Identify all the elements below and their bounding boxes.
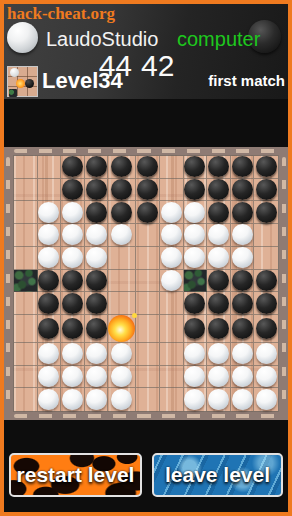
white-disc-icon [232,366,253,387]
board-cell[interactable] [108,224,136,247]
black-disc-icon [111,179,132,200]
board-cell[interactable] [85,292,109,315]
black-disc-icon [256,179,277,200]
black-disc-icon [208,318,229,339]
board-cell[interactable] [108,343,136,366]
white-disc-icon [38,202,59,223]
black-disc-icon [86,318,107,339]
board-cell[interactable] [61,247,85,270]
black-disc-icon [137,156,158,177]
white-disc-icon [38,247,59,268]
board-cell[interactable] [108,247,136,270]
board-cell[interactable] [254,366,278,389]
board-cell[interactable] [61,292,85,315]
board-cell[interactable] [254,179,278,202]
board-cell[interactable] [136,201,160,224]
board-cell[interactable] [231,388,255,411]
white-disc-icon [62,343,83,364]
white-player-icon [7,22,38,53]
black-disc-icon [232,293,253,314]
board-cell[interactable] [14,292,38,315]
board-cell[interactable] [38,270,62,293]
black-disc-icon [86,293,107,314]
black-disc-icon [137,179,158,200]
board-cell[interactable] [207,179,231,202]
black-disc-icon [111,202,132,223]
board-cell[interactable] [231,156,255,179]
white-disc-icon [161,202,182,223]
mini-black-disc-icon [25,79,34,88]
white-disc-icon [111,343,132,364]
board-cell[interactable] [160,247,184,270]
board-cell[interactable] [38,179,62,202]
board-cell[interactable] [231,179,255,202]
black-disc-icon [62,293,83,314]
white-disc-icon [111,389,132,410]
board-cell[interactable] [207,366,231,389]
board-cell[interactable] [108,201,136,224]
board-cell[interactable] [14,156,38,179]
black-disc-icon [38,318,59,339]
board-cell[interactable] [254,201,278,224]
board-cell[interactable] [85,270,109,293]
white-disc-icon [208,247,229,268]
board-cell[interactable] [108,270,136,293]
white-disc-icon [111,366,132,387]
white-disc-icon [38,366,59,387]
white-disc-icon [184,389,205,410]
black-disc-icon [62,156,83,177]
board-cell[interactable] [61,315,85,343]
white-disc-icon [256,366,277,387]
board-cell[interactable] [231,292,255,315]
white-disc-icon [86,366,107,387]
board-cell[interactable] [38,388,62,411]
board-cell[interactable] [254,224,278,247]
board-cell[interactable] [38,292,62,315]
watermark-text: hack-cheat.org [7,4,115,24]
white-disc-icon [184,202,205,223]
board-cell[interactable] [38,156,62,179]
board-cell[interactable] [254,343,278,366]
black-disc-icon [62,270,83,291]
white-disc-icon [256,389,277,410]
board-cell[interactable] [136,343,160,366]
board-cell[interactable] [231,247,255,270]
board-cell[interactable] [85,201,109,224]
board-cell[interactable] [184,366,208,389]
white-disc-icon [161,247,182,268]
white-disc-icon [62,224,83,245]
black-disc-icon [38,270,59,291]
white-disc-icon [38,224,59,245]
board-cell[interactable] [14,366,38,389]
board-cell[interactable] [38,247,62,270]
board-frame-dashes-right [282,157,286,410]
board-cell[interactable] [85,224,109,247]
board-cell[interactable] [38,315,62,343]
board-cell[interactable] [160,179,184,202]
white-disc-icon [38,389,59,410]
white-disc-icon [256,343,277,364]
stone-obstacle-cell[interactable] [14,270,38,293]
board-cell[interactable] [231,224,255,247]
black-disc-icon [232,179,253,200]
board-cell[interactable] [184,315,208,343]
board-cell[interactable] [207,315,231,343]
white-disc-icon [62,389,83,410]
black-disc-icon [38,293,59,314]
board-cell[interactable] [231,201,255,224]
board-cell[interactable] [61,156,85,179]
board-cell[interactable] [108,179,136,202]
board-cell[interactable] [254,270,278,293]
black-disc-icon [208,179,229,200]
white-disc-icon [62,247,83,268]
black-disc-icon [232,270,253,291]
black-disc-icon [184,293,205,314]
white-disc-icon [86,343,107,364]
board-cell[interactable] [38,343,62,366]
black-disc-icon [256,270,277,291]
black-disc-icon [184,318,205,339]
board-cell[interactable] [160,343,184,366]
board-cell[interactable] [160,366,184,389]
board-cell[interactable] [85,247,109,270]
board-cell[interactable] [136,247,160,270]
opponent-score: 42 [141,49,187,83]
black-disc-icon [208,270,229,291]
white-disc-icon [161,224,182,245]
board-cell[interactable] [231,343,255,366]
board-cell[interactable] [14,315,38,343]
black-disc-icon [137,202,158,223]
white-disc-icon [208,224,229,245]
match-label: first match [208,72,285,89]
black-disc-icon [232,202,253,223]
board-cell[interactable] [184,224,208,247]
black-disc-icon [208,156,229,177]
white-disc-icon [232,343,253,364]
board-cell[interactable] [61,270,85,293]
black-disc-icon [256,156,277,177]
mini-fire-icon [16,79,25,88]
board-frame-dashes-left [6,157,10,410]
board-cell[interactable] [160,315,184,343]
board-cell[interactable] [207,270,231,293]
board-grid [13,155,279,412]
board-cell[interactable] [85,315,109,343]
white-disc-icon [62,366,83,387]
white-disc-icon [86,247,107,268]
board-cell[interactable] [85,366,109,389]
board-cell[interactable] [14,388,38,411]
board-cell[interactable] [38,224,62,247]
stone-obstacle-cell[interactable] [184,270,208,293]
white-disc-icon [208,366,229,387]
board-cell[interactable] [108,366,136,389]
board-cell[interactable] [207,156,231,179]
board-frame-dashes-bottom [14,414,278,418]
white-disc-icon [232,224,253,245]
board-cell[interactable] [184,388,208,411]
game-board [4,147,288,420]
board-cell[interactable] [61,366,85,389]
board-cell[interactable] [14,343,38,366]
white-disc-icon [184,247,205,268]
board-cell[interactable] [254,292,278,315]
fire-powerup-icon [108,315,135,342]
white-disc-icon [86,389,107,410]
board-cell[interactable] [184,156,208,179]
board-cell[interactable] [160,201,184,224]
black-disc-icon [86,179,107,200]
board-cell[interactable] [207,292,231,315]
board-cell[interactable] [254,156,278,179]
board-cell[interactable] [108,292,136,315]
white-disc-icon [111,224,132,245]
board-cell[interactable] [38,201,62,224]
board-cell[interactable] [85,156,109,179]
black-disc-icon [62,318,83,339]
black-disc-icon [256,293,277,314]
board-cell[interactable] [231,366,255,389]
mini-stone-icon [9,89,17,97]
white-disc-icon [232,247,253,268]
restart-level-button[interactable]: restart level [9,453,142,497]
board-cell[interactable] [136,292,160,315]
board-cell[interactable] [254,247,278,270]
board-cell[interactable] [207,343,231,366]
white-disc-icon [184,224,205,245]
leave-level-button[interactable]: leave level [152,453,283,497]
board-cell[interactable] [14,201,38,224]
board-cell[interactable] [61,201,85,224]
board-cell[interactable] [207,224,231,247]
board-cell[interactable] [136,224,160,247]
black-disc-icon [256,318,277,339]
board-cell[interactable] [136,366,160,389]
white-disc-icon [62,202,83,223]
black-disc-icon [208,293,229,314]
board-cell[interactable] [61,224,85,247]
board-cell[interactable] [231,315,255,343]
level-label: Level34 [42,68,123,94]
board-cell[interactable] [61,179,85,202]
black-disc-icon [208,202,229,223]
board-cell[interactable] [14,179,38,202]
board-cell[interactable] [85,179,109,202]
board-cell[interactable] [184,292,208,315]
board-cell[interactable] [85,388,109,411]
black-disc-icon [86,270,107,291]
board-cell[interactable] [207,247,231,270]
board-cell[interactable] [136,179,160,202]
white-disc-icon [208,389,229,410]
board-cell[interactable] [136,270,160,293]
header-panel: hack-cheat.org LaudoStudio computer 44 4… [4,4,288,99]
black-disc-icon [184,156,205,177]
black-disc-icon [111,156,132,177]
board-cell[interactable] [184,247,208,270]
board-cell[interactable] [254,315,278,343]
white-disc-icon [86,224,107,245]
board-cell[interactable] [184,343,208,366]
board-frame-dashes-top [14,149,278,153]
opponent-name: computer [177,28,260,51]
black-disc-icon [86,202,107,223]
player-name: LaudoStudio [46,28,158,51]
board-cell[interactable] [61,343,85,366]
board-cell[interactable] [207,201,231,224]
board-cell[interactable] [160,156,184,179]
app-screen: hack-cheat.org LaudoStudio computer 44 4… [0,0,292,516]
board-cell[interactable] [231,270,255,293]
black-disc-icon [232,156,253,177]
board-cell[interactable] [160,292,184,315]
black-disc-icon [184,179,205,200]
board-cell[interactable] [14,224,38,247]
board-cell[interactable] [160,270,184,293]
board-cell[interactable] [85,343,109,366]
board-cell[interactable] [184,201,208,224]
white-disc-icon [161,270,182,291]
black-disc-icon [232,318,253,339]
board-cell[interactable] [160,388,184,411]
board-cell[interactable] [160,224,184,247]
level-thumbnail-icon [7,66,38,97]
board-cell[interactable] [207,388,231,411]
board-cell[interactable] [136,156,160,179]
board-cell[interactable] [108,156,136,179]
board-cell[interactable] [136,315,160,343]
white-disc-icon [184,366,205,387]
board-cell[interactable] [108,315,136,343]
board-cell[interactable] [14,247,38,270]
black-disc-icon [86,156,107,177]
black-disc-icon [256,202,277,223]
white-disc-icon [208,343,229,364]
board-cell[interactable] [38,366,62,389]
black-disc-icon [62,179,83,200]
board-cell[interactable] [184,179,208,202]
white-disc-icon [184,343,205,364]
mini-white-disc-icon [10,68,19,77]
white-disc-icon [232,389,253,410]
board-cell[interactable] [61,388,85,411]
white-disc-icon [38,343,59,364]
board-cell[interactable] [108,388,136,411]
board-cell[interactable] [136,388,160,411]
board-cell[interactable] [254,388,278,411]
